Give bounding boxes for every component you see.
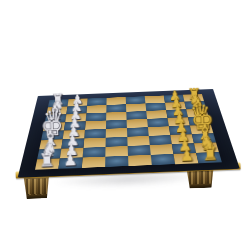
square-h6 [151,154,175,165]
chess-set-product-photo: ♜♟♟♜♞♟♟♞♝♟♟♝♛♟♟♛♚♟♟♚♝♟♟♝♞♟♟♞♜♟♟♜ [0,0,250,250]
square-h5 [128,155,152,166]
piece-silver-pawn-h2: ♟ [63,153,78,168]
bronze-foot-left [23,175,51,199]
square-h8: ♜ [196,152,222,163]
scene: ♜♟♟♜♞♟♟♞♝♟♟♝♛♟♟♛♚♟♟♚♝♟♟♝♞♟♟♞♜♟♟♜ [0,0,250,250]
square-h7: ♟ [173,153,198,164]
square-g3 [83,147,106,158]
square-h3 [82,157,106,168]
chess-board: ♜♟♟♜♞♟♟♞♝♟♟♝♛♟♟♛♚♟♟♚♝♟♟♝♞♟♟♞♜♟♟♜ [18,89,240,178]
square-d5 [127,119,148,128]
square-h4 [105,156,128,167]
square-d3 [85,121,106,130]
piece-gold-rook-h8: ♜ [201,145,218,163]
piece-silver-rook-h1: ♜ [38,152,55,170]
square-h2: ♟ [58,158,82,169]
square-h1: ♜ [35,158,60,169]
piece-gold-pawn-h7: ♟ [179,148,194,163]
